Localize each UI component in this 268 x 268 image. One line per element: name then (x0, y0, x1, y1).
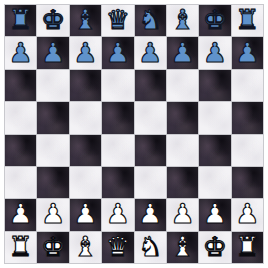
square-c4[interactable] (70, 135, 101, 166)
square-b2[interactable]: ♟ (37, 199, 68, 230)
square-f5[interactable] (167, 102, 198, 133)
white-king-icon: ♚ (203, 233, 227, 260)
square-e5[interactable] (135, 102, 166, 133)
square-e1[interactable]: ♞ (135, 232, 166, 263)
square-e8[interactable]: ♞ (135, 5, 166, 36)
square-e3[interactable] (135, 167, 166, 198)
square-d1[interactable]: ♛ (102, 232, 133, 263)
white-bishop-icon: ♝ (170, 233, 194, 260)
black-king-icon: ♚ (203, 6, 227, 33)
square-a8[interactable]: ♜ (5, 5, 36, 36)
square-h4[interactable] (232, 135, 263, 166)
black-rook-icon: ♜ (9, 6, 33, 33)
white-pawn-icon: ♟ (235, 200, 259, 227)
white-bishop-icon: ♝ (73, 233, 97, 260)
square-c7[interactable]: ♟ (70, 37, 101, 68)
square-c1[interactable]: ♝ (70, 232, 101, 263)
white-king-icon: ♚ (41, 233, 65, 260)
white-rook-icon: ♜ (235, 233, 259, 260)
black-knight-icon: ♞ (138, 6, 162, 33)
white-queen-icon: ♛ (106, 233, 130, 260)
square-b6[interactable] (37, 70, 68, 101)
square-c2[interactable]: ♟ (70, 199, 101, 230)
black-bishop-icon: ♝ (170, 6, 194, 33)
square-a1[interactable]: ♜ (5, 232, 36, 263)
square-g2[interactable]: ♟ (199, 199, 230, 230)
square-d3[interactable] (102, 167, 133, 198)
square-a2[interactable]: ♟ (5, 199, 36, 230)
black-pawn-icon: ♟ (41, 39, 65, 66)
square-c6[interactable] (70, 70, 101, 101)
black-pawn-icon: ♟ (106, 39, 130, 66)
square-h8[interactable]: ♜ (232, 5, 263, 36)
square-g8[interactable]: ♚ (199, 5, 230, 36)
square-g5[interactable] (199, 102, 230, 133)
square-d2[interactable]: ♟ (102, 199, 133, 230)
square-e4[interactable] (135, 135, 166, 166)
square-c3[interactable] (70, 167, 101, 198)
black-pawn-icon: ♟ (73, 39, 97, 66)
black-king-icon: ♚ (41, 6, 65, 33)
square-e6[interactable] (135, 70, 166, 101)
square-b8[interactable]: ♚ (37, 5, 68, 36)
black-pawn-icon: ♟ (170, 39, 194, 66)
square-h2[interactable]: ♟ (232, 199, 263, 230)
square-d8[interactable]: ♛ (102, 5, 133, 36)
white-pawn-icon: ♟ (9, 200, 33, 227)
square-b7[interactable]: ♟ (37, 37, 68, 68)
square-f6[interactable] (167, 70, 198, 101)
black-rook-icon: ♜ (235, 6, 259, 33)
square-b3[interactable] (37, 167, 68, 198)
square-a7[interactable]: ♟ (5, 37, 36, 68)
black-pawn-icon: ♟ (235, 39, 259, 66)
white-pawn-icon: ♟ (138, 200, 162, 227)
white-pawn-icon: ♟ (106, 200, 130, 227)
square-d5[interactable] (102, 102, 133, 133)
square-h1[interactable]: ♜ (232, 232, 263, 263)
square-d7[interactable]: ♟ (102, 37, 133, 68)
square-f1[interactable]: ♝ (167, 232, 198, 263)
square-f4[interactable] (167, 135, 198, 166)
square-f7[interactable]: ♟ (167, 37, 198, 68)
white-knight-icon: ♞ (138, 233, 162, 260)
square-f8[interactable]: ♝ (167, 5, 198, 36)
board-container: ♜♚♝♛♞♝♚♜♟♟♟♟♟♟♟♟♟♟♟♟♟♟♟♟♜♚♝♛♞♝♚♜ (4, 4, 264, 264)
square-a3[interactable] (5, 167, 36, 198)
square-g7[interactable]: ♟ (199, 37, 230, 68)
square-h3[interactable] (232, 167, 263, 198)
square-g4[interactable] (199, 135, 230, 166)
square-c8[interactable]: ♝ (70, 5, 101, 36)
square-f3[interactable] (167, 167, 198, 198)
chess-board: ♜♚♝♛♞♝♚♜♟♟♟♟♟♟♟♟♟♟♟♟♟♟♟♟♜♚♝♛♞♝♚♜ (4, 4, 264, 264)
square-a5[interactable] (5, 102, 36, 133)
square-e2[interactable]: ♟ (135, 199, 166, 230)
square-d4[interactable] (102, 135, 133, 166)
square-c5[interactable] (70, 102, 101, 133)
white-rook-icon: ♜ (9, 233, 33, 260)
square-h7[interactable]: ♟ (232, 37, 263, 68)
white-pawn-icon: ♟ (41, 200, 65, 227)
square-h5[interactable] (232, 102, 263, 133)
square-e7[interactable]: ♟ (135, 37, 166, 68)
square-g1[interactable]: ♚ (199, 232, 230, 263)
square-h6[interactable] (232, 70, 263, 101)
black-queen-icon: ♛ (106, 6, 130, 33)
black-bishop-icon: ♝ (73, 6, 97, 33)
square-a6[interactable] (5, 70, 36, 101)
square-b1[interactable]: ♚ (37, 232, 68, 263)
square-g6[interactable] (199, 70, 230, 101)
square-b5[interactable] (37, 102, 68, 133)
square-f2[interactable]: ♟ (167, 199, 198, 230)
square-b4[interactable] (37, 135, 68, 166)
white-pawn-icon: ♟ (73, 200, 97, 227)
square-g3[interactable] (199, 167, 230, 198)
white-pawn-icon: ♟ (203, 200, 227, 227)
square-d6[interactable] (102, 70, 133, 101)
black-pawn-icon: ♟ (203, 39, 227, 66)
white-pawn-icon: ♟ (170, 200, 194, 227)
black-pawn-icon: ♟ (138, 39, 162, 66)
black-pawn-icon: ♟ (9, 39, 33, 66)
square-a4[interactable] (5, 135, 36, 166)
